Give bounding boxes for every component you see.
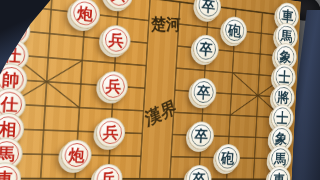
piece-character: 兵 bbox=[111, 0, 127, 3]
piece-character: 馬 bbox=[280, 29, 293, 44]
piece-character: 帥 bbox=[2, 70, 20, 88]
piece-character: 砲 bbox=[228, 22, 242, 38]
piece-character: 馬 bbox=[274, 152, 287, 166]
piece-character: 炮 bbox=[77, 5, 94, 23]
street-xiangqi-photo: 楚河 漢界 車馬相仕帥仕相馬車炮炮兵兵兵兵兵卒卒卒卒卒砲砲車馬象士將士象馬車 bbox=[0, 0, 320, 180]
piece-character: 卒 bbox=[199, 41, 213, 57]
piece-character: 炮 bbox=[68, 147, 85, 163]
piece-character: 將 bbox=[277, 90, 290, 105]
piece-character: 士 bbox=[278, 69, 291, 84]
piece-character: 兵 bbox=[105, 78, 121, 95]
piece-character: 卒 bbox=[201, 0, 215, 14]
piece-character: 車 bbox=[0, 170, 14, 180]
piece-character: 仕 bbox=[0, 95, 18, 113]
piece-character: 兵 bbox=[103, 124, 119, 140]
river-label-chu-he: 楚河 bbox=[151, 16, 181, 33]
piece-character: 象 bbox=[275, 131, 288, 145]
piece-character: 兵 bbox=[100, 171, 116, 180]
piece-character: 相 bbox=[0, 120, 17, 137]
piece-character: 象 bbox=[279, 49, 292, 64]
piece-character: 卒 bbox=[197, 84, 211, 100]
piece-character: 馬 bbox=[0, 145, 15, 162]
piece-character: 士 bbox=[276, 110, 289, 124]
piece-character: 卒 bbox=[192, 172, 206, 180]
piece-character: 車 bbox=[273, 172, 286, 180]
piece-character: 兵 bbox=[108, 31, 124, 48]
piece-character: 車 bbox=[281, 8, 294, 23]
piece-character: 砲 bbox=[221, 150, 235, 165]
xiangqi-board: 楚河 漢界 車馬相仕帥仕相馬車炮炮兵兵兵兵兵卒卒卒卒卒砲砲車馬象士將士象馬車 bbox=[0, 0, 301, 180]
piece-character: 卒 bbox=[194, 128, 208, 143]
